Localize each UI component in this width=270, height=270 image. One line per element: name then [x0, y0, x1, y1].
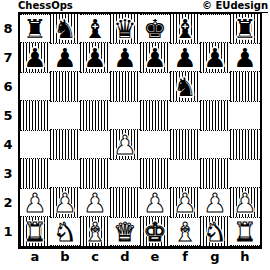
square-d2[interactable]	[110, 188, 140, 217]
square-c5[interactable]	[80, 101, 110, 130]
white-pawn[interactable]: ♟	[113, 132, 136, 158]
rank-label-2: 2	[0, 188, 16, 217]
file-label-f: f	[170, 249, 200, 264]
square-c1[interactable]: ♝	[80, 217, 110, 246]
black-pawn[interactable]: ♟	[173, 45, 196, 71]
black-pawn[interactable]: ♟	[233, 45, 256, 71]
square-a4[interactable]	[20, 130, 50, 159]
white-pawn[interactable]: ♟	[23, 190, 46, 216]
square-h6[interactable]	[230, 72, 260, 101]
rank-label-7: 7	[0, 43, 16, 72]
file-label-g: g	[200, 249, 230, 264]
square-g2[interactable]: ♟	[200, 188, 230, 217]
rank-label-6: 6	[0, 72, 16, 101]
white-rook[interactable]: ♜	[233, 219, 256, 245]
square-b1[interactable]: ♞	[50, 217, 80, 246]
square-b8[interactable]: ♞	[50, 14, 80, 43]
square-f3[interactable]	[170, 159, 200, 188]
square-g3[interactable]	[200, 159, 230, 188]
square-h5[interactable]	[230, 101, 260, 130]
square-g8[interactable]	[200, 14, 230, 43]
square-d6[interactable]	[110, 72, 140, 101]
file-label-a: a	[20, 249, 50, 264]
white-queen[interactable]: ♛	[113, 219, 136, 245]
square-c8[interactable]: ♝	[80, 14, 110, 43]
black-pawn[interactable]: ♟	[203, 45, 226, 71]
square-h7[interactable]: ♟	[230, 43, 260, 72]
file-label-c: c	[80, 249, 110, 264]
square-b7[interactable]: ♟	[50, 43, 80, 72]
square-d5[interactable]	[110, 101, 140, 130]
square-c7[interactable]: ♟	[80, 43, 110, 72]
file-labels: abcdefgh	[20, 249, 260, 264]
square-e7[interactable]: ♟	[140, 43, 170, 72]
black-queen[interactable]: ♛	[113, 16, 136, 42]
file-label-d: d	[110, 249, 140, 264]
file-label-h: h	[230, 249, 260, 264]
square-c6[interactable]	[80, 72, 110, 101]
square-b2[interactable]: ♟	[50, 188, 80, 217]
square-g7[interactable]: ♟	[200, 43, 230, 72]
square-d4[interactable]: ♟	[110, 130, 140, 159]
square-a3[interactable]	[20, 159, 50, 188]
black-pawn[interactable]: ♟	[23, 45, 46, 71]
square-b3[interactable]	[50, 159, 80, 188]
square-g5[interactable]	[200, 101, 230, 130]
rank-label-3: 3	[0, 159, 16, 188]
chess-board: ♜♞♝♛♚♝♜♟♟♟♟♟♟♟♟♞♟♟♟♟♟♟♟♟♜♞♝♛♚♝♞♜	[18, 13, 262, 249]
black-king[interactable]: ♚	[143, 16, 166, 42]
square-b6[interactable]	[50, 72, 80, 101]
square-g6[interactable]	[200, 72, 230, 101]
square-f8[interactable]: ♝	[170, 14, 200, 43]
white-bishop[interactable]: ♝	[173, 219, 196, 245]
black-knight[interactable]: ♞	[173, 74, 196, 100]
white-pawn[interactable]: ♟	[233, 190, 256, 216]
square-a5[interactable]	[20, 101, 50, 130]
square-h2[interactable]: ♟	[230, 188, 260, 217]
square-c3[interactable]	[80, 159, 110, 188]
square-e5[interactable]	[140, 101, 170, 130]
square-f4[interactable]	[170, 130, 200, 159]
white-king[interactable]: ♚	[143, 219, 166, 245]
rank-label-1: 1	[0, 217, 16, 246]
black-pawn[interactable]: ♟	[113, 45, 136, 71]
black-pawn[interactable]: ♟	[83, 45, 106, 71]
square-e1[interactable]: ♚	[140, 217, 170, 246]
square-f2[interactable]: ♟	[170, 188, 200, 217]
black-rook[interactable]: ♜	[23, 16, 46, 42]
rank-label-4: 4	[0, 130, 16, 159]
white-pawn[interactable]: ♟	[83, 190, 106, 216]
square-h3[interactable]	[230, 159, 260, 188]
black-bishop[interactable]: ♝	[83, 16, 106, 42]
white-pawn[interactable]: ♟	[53, 190, 76, 216]
rank-label-5: 5	[0, 101, 16, 130]
square-f5[interactable]	[170, 101, 200, 130]
square-a7[interactable]: ♟	[20, 43, 50, 72]
square-d7[interactable]: ♟	[110, 43, 140, 72]
square-e6[interactable]	[140, 72, 170, 101]
black-rook[interactable]: ♜	[233, 16, 256, 42]
file-label-b: b	[50, 249, 80, 264]
square-b4[interactable]	[50, 130, 80, 159]
white-bishop[interactable]: ♝	[83, 219, 106, 245]
rank-label-8: 8	[0, 14, 16, 43]
square-h4[interactable]	[230, 130, 260, 159]
square-a1[interactable]: ♜	[20, 217, 50, 246]
diagram-header: ChessOps © EUdesign	[18, 0, 268, 13]
square-d1[interactable]: ♛	[110, 217, 140, 246]
square-a6[interactable]	[20, 72, 50, 101]
square-d8[interactable]: ♛	[110, 14, 140, 43]
square-a8[interactable]: ♜	[20, 14, 50, 43]
white-pawn[interactable]: ♟	[143, 190, 166, 216]
square-f7[interactable]: ♟	[170, 43, 200, 72]
black-bishop[interactable]: ♝	[173, 16, 196, 42]
square-g4[interactable]	[200, 130, 230, 159]
square-e4[interactable]	[140, 130, 170, 159]
square-h8[interactable]: ♜	[230, 14, 260, 43]
black-pawn[interactable]: ♟	[53, 45, 76, 71]
white-pawn[interactable]: ♟	[173, 190, 196, 216]
square-e2[interactable]: ♟	[140, 188, 170, 217]
square-f6[interactable]: ♞	[170, 72, 200, 101]
black-knight[interactable]: ♞	[53, 16, 76, 42]
square-e3[interactable]	[140, 159, 170, 188]
black-pawn[interactable]: ♟	[143, 45, 166, 71]
file-label-e: e	[140, 249, 170, 264]
white-pawn[interactable]: ♟	[203, 190, 226, 216]
square-a2[interactable]: ♟	[20, 188, 50, 217]
rank-labels: 87654321	[0, 14, 16, 246]
white-rook[interactable]: ♜	[23, 219, 46, 245]
square-g1[interactable]: ♞	[200, 217, 230, 246]
white-knight[interactable]: ♞	[203, 219, 226, 245]
copyright-label: © EUdesign	[202, 0, 268, 12]
square-b5[interactable]	[50, 101, 80, 130]
square-d3[interactable]	[110, 159, 140, 188]
square-c2[interactable]: ♟	[80, 188, 110, 217]
app-title: ChessOps	[18, 0, 73, 12]
square-f1[interactable]: ♝	[170, 217, 200, 246]
white-knight[interactable]: ♞	[53, 219, 76, 245]
square-h1[interactable]: ♜	[230, 217, 260, 246]
square-e8[interactable]: ♚	[140, 14, 170, 43]
square-c4[interactable]	[80, 130, 110, 159]
